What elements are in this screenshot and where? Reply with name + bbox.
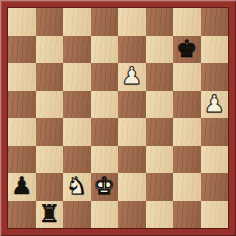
black-rook-piece[interactable]: ♜ (38, 201, 60, 229)
square-d1[interactable] (91, 201, 119, 229)
black-pawn-piece[interactable]: ♟ (11, 173, 33, 201)
square-e2[interactable] (118, 173, 146, 201)
square-b4[interactable] (36, 118, 64, 146)
square-e7[interactable] (118, 36, 146, 64)
square-d3[interactable] (91, 146, 119, 174)
square-g3[interactable] (173, 146, 201, 174)
square-h5[interactable]: ♟ (201, 91, 229, 119)
square-a1[interactable] (8, 201, 36, 229)
square-g8[interactable] (173, 8, 201, 36)
square-a2[interactable]: ♟ (8, 173, 36, 201)
square-c3[interactable] (63, 146, 91, 174)
square-c8[interactable] (63, 8, 91, 36)
square-f2[interactable] (146, 173, 174, 201)
square-e6[interactable]: ♟ (118, 63, 146, 91)
square-h1[interactable] (201, 201, 229, 229)
square-b7[interactable] (36, 36, 64, 64)
square-h6[interactable] (201, 63, 229, 91)
square-b2[interactable] (36, 173, 64, 201)
square-a7[interactable] (8, 36, 36, 64)
square-b6[interactable] (36, 63, 64, 91)
white-king-piece[interactable]: ♚ (93, 173, 115, 201)
square-a4[interactable] (8, 118, 36, 146)
square-a3[interactable] (8, 146, 36, 174)
square-a6[interactable] (8, 63, 36, 91)
square-g6[interactable] (173, 63, 201, 91)
square-e4[interactable] (118, 118, 146, 146)
square-f3[interactable] (146, 146, 174, 174)
square-a8[interactable] (8, 8, 36, 36)
black-king-piece[interactable]: ♚ (176, 36, 198, 64)
square-e1[interactable] (118, 201, 146, 229)
square-e8[interactable] (118, 8, 146, 36)
square-f7[interactable] (146, 36, 174, 64)
square-b1[interactable]: ♜ (36, 201, 64, 229)
square-f5[interactable] (146, 91, 174, 119)
square-h4[interactable] (201, 118, 229, 146)
square-f8[interactable] (146, 8, 174, 36)
square-g4[interactable] (173, 118, 201, 146)
square-c7[interactable] (63, 36, 91, 64)
square-g7[interactable]: ♚ (173, 36, 201, 64)
square-e3[interactable] (118, 146, 146, 174)
square-d5[interactable] (91, 91, 119, 119)
square-b8[interactable] (36, 8, 64, 36)
board-frame: ♚♟♟♟♞♚♜ (0, 0, 236, 236)
square-d7[interactable] (91, 36, 119, 64)
square-c1[interactable] (63, 201, 91, 229)
square-d4[interactable] (91, 118, 119, 146)
white-pawn-piece[interactable]: ♟ (203, 91, 225, 119)
square-d6[interactable] (91, 63, 119, 91)
square-g2[interactable] (173, 173, 201, 201)
square-f1[interactable] (146, 201, 174, 229)
square-g1[interactable] (173, 201, 201, 229)
square-f6[interactable] (146, 63, 174, 91)
square-b3[interactable] (36, 146, 64, 174)
white-pawn-piece[interactable]: ♟ (121, 63, 143, 91)
square-a5[interactable] (8, 91, 36, 119)
square-h3[interactable] (201, 146, 229, 174)
square-c6[interactable] (63, 63, 91, 91)
square-b5[interactable] (36, 91, 64, 119)
square-d8[interactable] (91, 8, 119, 36)
square-c4[interactable] (63, 118, 91, 146)
chess-board: ♚♟♟♟♞♚♜ (8, 8, 228, 228)
square-g5[interactable] (173, 91, 201, 119)
square-c2[interactable]: ♞ (63, 173, 91, 201)
square-h2[interactable] (201, 173, 229, 201)
square-d2[interactable]: ♚ (91, 173, 119, 201)
white-knight-piece[interactable]: ♞ (66, 173, 88, 201)
square-h8[interactable] (201, 8, 229, 36)
square-c5[interactable] (63, 91, 91, 119)
square-h7[interactable] (201, 36, 229, 64)
square-f4[interactable] (146, 118, 174, 146)
square-e5[interactable] (118, 91, 146, 119)
